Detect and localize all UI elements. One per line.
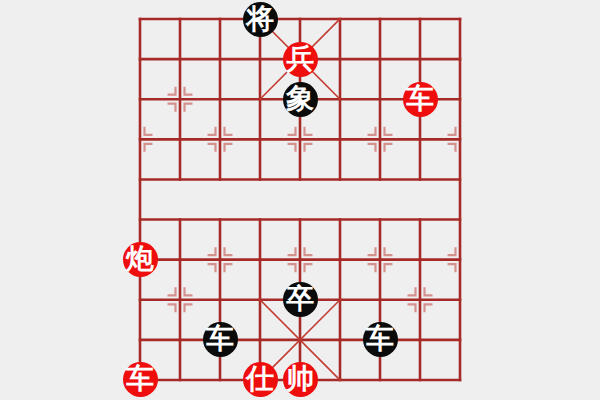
piece-red-general[interactable]: 帅	[283, 362, 318, 397]
xiangqi-board-screenshot: 将兵象车炮卒车车车仕帅	[0, 0, 600, 400]
piece-black-elephant[interactable]: 象	[283, 82, 318, 117]
piece-red-pawn[interactable]: 兵	[283, 42, 318, 77]
piece-black-general[interactable]: 将	[243, 2, 278, 37]
piece-black-pawn[interactable]: 卒	[283, 282, 318, 317]
pieces-grid: 将兵象车炮卒车车车仕帅	[120, 0, 480, 400]
piece-red-chariot[interactable]: 车	[123, 362, 158, 397]
piece-red-chariot[interactable]: 车	[403, 82, 438, 117]
piece-black-chariot[interactable]: 车	[363, 322, 398, 357]
piece-red-cannon[interactable]: 炮	[123, 242, 158, 277]
piece-red-advisor[interactable]: 仕	[243, 362, 278, 397]
piece-black-chariot[interactable]: 车	[203, 322, 238, 357]
